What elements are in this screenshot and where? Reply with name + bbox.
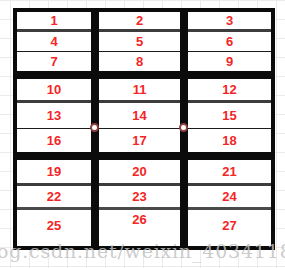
grid-cell: 12: [188, 79, 271, 100]
board: 1 4 7 2 5 8 3 6 9 10 13 16 11 14 17 12 1…: [13, 8, 275, 250]
grid-cell: 9: [188, 51, 271, 71]
grid-cell: 22: [17, 183, 91, 207]
grid-cell: 16: [17, 128, 91, 152]
grid-cell: 2: [99, 12, 180, 29]
block-a1: 1 4 7: [13, 8, 95, 75]
grid-cell: 5: [99, 29, 180, 51]
grid-cell: 13: [17, 100, 91, 128]
grid-cell: 18: [188, 128, 271, 152]
block-c1: 19 22 25: [13, 156, 95, 250]
grid-cell: 21: [188, 160, 271, 183]
grid-cell: 8: [99, 51, 180, 71]
block-b1: 10 13 16: [13, 75, 95, 156]
grid-cell: 24: [188, 183, 271, 207]
grid-cell: 10: [17, 79, 91, 100]
grid-cell: 7: [17, 51, 91, 71]
block-b3: 12 15 18: [184, 75, 275, 156]
grid-cell: 20: [99, 160, 180, 183]
grid-cell: 19: [17, 160, 91, 183]
watermark: og.csdn.net/weixin_40341185: [0, 240, 285, 262]
grid-cell: 11: [99, 79, 180, 100]
block-c3: 21 24 27: [184, 156, 275, 250]
grid-cell: 3: [188, 12, 271, 29]
connection-handle-icon[interactable]: [90, 123, 99, 132]
grid-cell: 15: [188, 100, 271, 128]
block-c2: 20 23 26: [95, 156, 184, 250]
block-a3: 3 6 9: [184, 8, 275, 75]
block-b2: 11 14 17: [95, 75, 184, 156]
connection-handle-icon[interactable]: [179, 123, 188, 132]
grid-cell: 14: [99, 100, 180, 128]
grid-cell: 1: [17, 12, 91, 29]
grid-cell: 6: [188, 29, 271, 51]
grid-cell: 23: [99, 183, 180, 207]
grid-cell: 4: [17, 29, 91, 51]
grid-cell: 17: [99, 128, 180, 152]
block-a2: 2 5 8: [95, 8, 184, 75]
